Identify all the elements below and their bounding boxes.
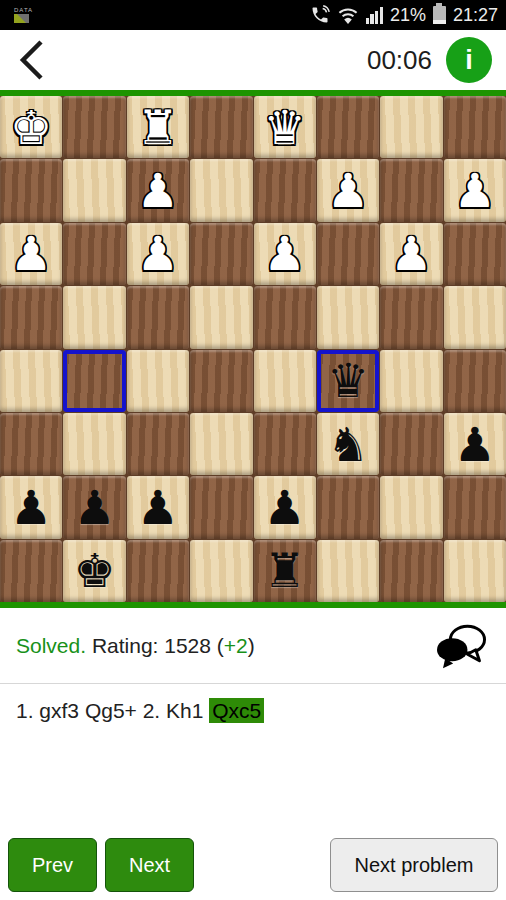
square-g7[interactable]: ♟ bbox=[63, 476, 125, 538]
square-e5[interactable] bbox=[190, 350, 252, 412]
white-pawn: ♟ bbox=[10, 230, 52, 277]
square-g6[interactable] bbox=[63, 413, 125, 475]
square-g4[interactable] bbox=[63, 286, 125, 348]
data-usage-label: DATA bbox=[14, 7, 33, 14]
square-c5[interactable]: ♛ bbox=[317, 350, 379, 412]
footer: Prev Next Next problem bbox=[0, 838, 506, 892]
square-a8[interactable] bbox=[444, 540, 506, 602]
square-f1[interactable]: ♜ bbox=[127, 96, 189, 158]
square-b7[interactable] bbox=[380, 476, 442, 538]
toolbar: 00:06 i bbox=[0, 30, 506, 90]
square-b4[interactable] bbox=[380, 286, 442, 348]
black-queen: ♛ bbox=[327, 357, 369, 404]
square-h5[interactable] bbox=[0, 350, 62, 412]
square-a6[interactable]: ♟ bbox=[444, 413, 506, 475]
square-g5[interactable] bbox=[63, 350, 125, 412]
square-d3[interactable]: ♟ bbox=[254, 223, 316, 285]
black-pawn: ♟ bbox=[454, 421, 496, 468]
wifi-icon bbox=[337, 6, 359, 25]
square-a2[interactable]: ♟ bbox=[444, 159, 506, 221]
white-pawn: ♟ bbox=[137, 230, 179, 277]
square-g1[interactable] bbox=[63, 96, 125, 158]
square-b2[interactable] bbox=[380, 159, 442, 221]
square-a4[interactable] bbox=[444, 286, 506, 348]
square-b3[interactable]: ♟ bbox=[380, 223, 442, 285]
square-f7[interactable]: ♟ bbox=[127, 476, 189, 538]
square-h1[interactable]: ♚ bbox=[0, 96, 62, 158]
square-g2[interactable] bbox=[63, 159, 125, 221]
white-rook: ♜ bbox=[137, 104, 179, 151]
square-g8[interactable]: ♚ bbox=[63, 540, 125, 602]
square-e2[interactable] bbox=[190, 159, 252, 221]
square-h3[interactable]: ♟ bbox=[0, 223, 62, 285]
black-pawn: ♟ bbox=[73, 484, 115, 531]
result-text: Solved. Rating: 1528 (+2) bbox=[16, 634, 255, 658]
square-g3[interactable] bbox=[63, 223, 125, 285]
square-b8[interactable] bbox=[380, 540, 442, 602]
move-list: 1. gxf3 Qg5+ 2. Kh1 Qxc5 bbox=[0, 684, 506, 738]
square-b5[interactable] bbox=[380, 350, 442, 412]
square-b6[interactable] bbox=[380, 413, 442, 475]
square-e4[interactable] bbox=[190, 286, 252, 348]
next-button[interactable]: Next bbox=[105, 838, 194, 892]
chess-board: ♚♜♛♟♟♟♟♟♟♟♛♞♟♟♟♟♟♚♜ bbox=[0, 96, 506, 602]
square-f4[interactable] bbox=[127, 286, 189, 348]
square-e1[interactable] bbox=[190, 96, 252, 158]
square-d5[interactable] bbox=[254, 350, 316, 412]
black-knight: ♞ bbox=[327, 421, 369, 468]
status-time: 21:27 bbox=[453, 5, 498, 26]
square-h8[interactable] bbox=[0, 540, 62, 602]
back-button[interactable] bbox=[10, 36, 54, 84]
solved-status: Solved. bbox=[16, 634, 86, 657]
black-pawn: ♟ bbox=[10, 484, 52, 531]
prev-button[interactable]: Prev bbox=[8, 838, 97, 892]
chat-bubbles-icon bbox=[433, 622, 489, 670]
square-h7[interactable]: ♟ bbox=[0, 476, 62, 538]
square-h4[interactable] bbox=[0, 286, 62, 348]
square-h6[interactable] bbox=[0, 413, 62, 475]
signal-icon bbox=[366, 7, 383, 24]
square-f2[interactable]: ♟ bbox=[127, 159, 189, 221]
square-a7[interactable] bbox=[444, 476, 506, 538]
square-a1[interactable] bbox=[444, 96, 506, 158]
white-pawn: ♟ bbox=[327, 167, 369, 214]
black-pawn: ♟ bbox=[137, 484, 179, 531]
wifi-calling-icon bbox=[310, 5, 330, 25]
white-pawn: ♟ bbox=[137, 167, 179, 214]
white-pawn: ♟ bbox=[264, 230, 306, 277]
comments-button[interactable] bbox=[432, 620, 490, 672]
result-row: Solved. Rating: 1528 (+2) bbox=[0, 608, 506, 683]
square-h2[interactable] bbox=[0, 159, 62, 221]
data-usage-icon: DATA bbox=[8, 7, 33, 23]
square-d4[interactable] bbox=[254, 286, 316, 348]
square-d2[interactable] bbox=[254, 159, 316, 221]
square-c1[interactable] bbox=[317, 96, 379, 158]
moves-text: 1. gxf3 Qg5+ 2. Kh1 bbox=[16, 699, 209, 722]
black-pawn: ♟ bbox=[264, 484, 306, 531]
square-c7[interactable] bbox=[317, 476, 379, 538]
black-king: ♚ bbox=[73, 547, 115, 594]
white-pawn: ♟ bbox=[390, 230, 432, 277]
square-c8[interactable] bbox=[317, 540, 379, 602]
square-e3[interactable] bbox=[190, 223, 252, 285]
square-a5[interactable] bbox=[444, 350, 506, 412]
app-screen: DATA bbox=[0, 0, 506, 900]
square-d6[interactable] bbox=[254, 413, 316, 475]
square-f3[interactable]: ♟ bbox=[127, 223, 189, 285]
square-d1[interactable]: ♛ bbox=[254, 96, 316, 158]
next-problem-button[interactable]: Next problem bbox=[330, 838, 498, 892]
status-bar: DATA bbox=[0, 0, 506, 30]
current-move[interactable]: Qxc5 bbox=[209, 698, 264, 723]
square-e8[interactable] bbox=[190, 540, 252, 602]
square-f8[interactable] bbox=[127, 540, 189, 602]
square-b1[interactable] bbox=[380, 96, 442, 158]
rating-text: Rating: 1528 ( bbox=[86, 634, 224, 657]
info-button[interactable]: i bbox=[446, 37, 492, 83]
white-pawn: ♟ bbox=[454, 167, 496, 214]
rating-delta: +2 bbox=[224, 634, 248, 657]
square-c4[interactable] bbox=[317, 286, 379, 348]
back-chevron-icon bbox=[15, 38, 49, 82]
white-queen: ♛ bbox=[264, 104, 306, 151]
square-c3[interactable] bbox=[317, 223, 379, 285]
square-d7[interactable]: ♟ bbox=[254, 476, 316, 538]
battery-percent: 21% bbox=[390, 5, 426, 26]
battery-icon bbox=[433, 6, 446, 24]
square-c2[interactable]: ♟ bbox=[317, 159, 379, 221]
square-e6[interactable] bbox=[190, 413, 252, 475]
square-a3[interactable] bbox=[444, 223, 506, 285]
white-king: ♚ bbox=[10, 104, 52, 151]
black-rook: ♜ bbox=[264, 547, 306, 594]
puzzle-timer: 00:06 bbox=[367, 45, 432, 76]
square-f6[interactable] bbox=[127, 413, 189, 475]
square-f5[interactable] bbox=[127, 350, 189, 412]
square-d8[interactable]: ♜ bbox=[254, 540, 316, 602]
square-e7[interactable] bbox=[190, 476, 252, 538]
square-c6[interactable]: ♞ bbox=[317, 413, 379, 475]
